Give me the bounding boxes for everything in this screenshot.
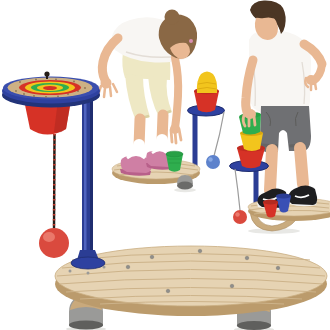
blue-ball <box>206 155 220 169</box>
girl-cup-stand <box>188 72 225 170</box>
screw <box>245 256 249 260</box>
caster-base <box>177 182 193 190</box>
ball-cord <box>54 134 55 228</box>
screw <box>166 289 170 293</box>
screw <box>126 265 130 269</box>
ring-dot <box>57 95 59 97</box>
main-pole-shade <box>90 99 93 259</box>
girl-left-arm <box>102 38 118 80</box>
blue-ball-highlight <box>208 157 212 161</box>
pendulum-cord <box>235 169 240 210</box>
cord-knob <box>44 71 49 76</box>
right-dome-base <box>237 321 271 330</box>
red-ball-highlight <box>43 232 55 242</box>
pendulum-cord <box>214 112 224 156</box>
red-ball-small <box>233 210 247 224</box>
screw <box>69 270 72 273</box>
girl-hair-clip <box>189 39 193 43</box>
boy-right-leg <box>300 148 303 184</box>
girl-hair-bun <box>165 10 180 25</box>
scene-illustration <box>0 0 330 330</box>
boy-left-leg <box>270 150 272 190</box>
green-cup-rim <box>166 151 183 157</box>
red-ball-small-highlight <box>235 212 239 216</box>
girl-right-arm <box>175 58 178 128</box>
girl-figure <box>98 10 197 176</box>
stand-pole <box>193 112 198 169</box>
boy-pendulum <box>233 169 247 224</box>
left-dome-base <box>69 321 103 330</box>
main-pole-assembly <box>2 71 106 274</box>
pole-base-flange <box>71 257 105 269</box>
ring-dot <box>15 90 17 92</box>
girl-left-thigh <box>125 74 150 121</box>
red-ball <box>39 228 69 258</box>
blue-cup-rim <box>276 194 291 199</box>
ring-dot <box>33 95 35 97</box>
funnel-center <box>43 86 57 90</box>
red-cup-rim <box>263 200 278 205</box>
ring-dot <box>84 87 86 89</box>
product-photo <box>0 0 330 330</box>
ring-dot <box>35 79 37 81</box>
screw <box>87 272 90 275</box>
ring-dot <box>45 96 47 98</box>
ring-dot <box>19 81 21 83</box>
screw <box>276 266 280 270</box>
screw <box>103 266 106 269</box>
girl-pendulum <box>206 112 224 169</box>
boy-right-shoe <box>288 185 317 205</box>
screw <box>198 249 202 253</box>
ring-dot <box>73 81 75 83</box>
ring-dot <box>55 78 57 80</box>
screw <box>150 255 154 259</box>
main-pole-highlight <box>84 99 87 259</box>
ring-dot <box>23 93 25 95</box>
screw <box>230 284 234 288</box>
